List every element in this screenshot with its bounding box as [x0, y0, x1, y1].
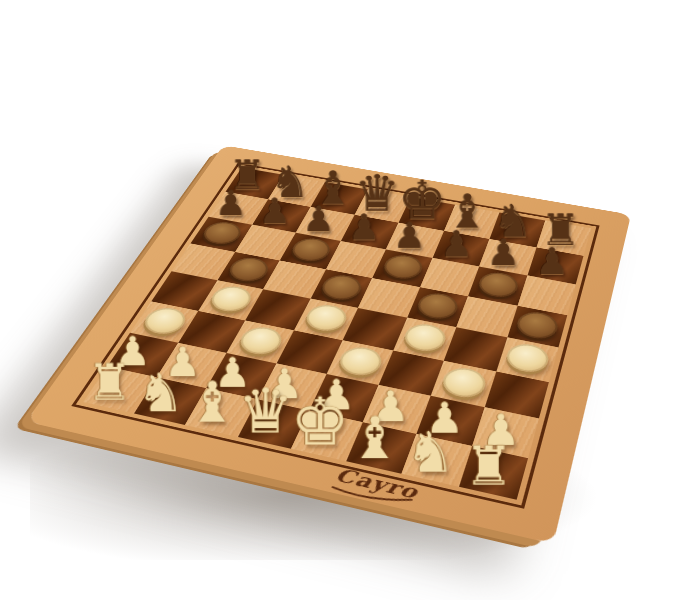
- light-checker[interactable]: [206, 284, 257, 315]
- dark-pawn[interactable]: ♟: [527, 243, 576, 280]
- light-queen[interactable]: ♛: [237, 381, 294, 443]
- light-checker[interactable]: [301, 302, 351, 334]
- light-checker[interactable]: [400, 321, 449, 354]
- dark-checker[interactable]: [318, 272, 366, 302]
- light-bishop[interactable]: ♝: [345, 410, 403, 468]
- dark-pawn[interactable]: ♟: [340, 209, 387, 245]
- dark-pawn[interactable]: ♟: [386, 218, 434, 254]
- dark-checker[interactable]: [287, 236, 334, 264]
- board-grid: ♜♞♝♛♚♝♞♜♟♟♟♟♟♟♟♟♟♟♟♟♟♟♟♟♜♞♝♛♚♝♞♜: [83, 168, 591, 500]
- dark-checker[interactable]: [198, 220, 246, 247]
- square-h1[interactable]: ♜: [458, 446, 528, 500]
- dark-checker[interactable]: [475, 270, 521, 300]
- dark-pawn[interactable]: ♟: [479, 234, 528, 271]
- light-knight[interactable]: ♞: [401, 424, 460, 480]
- light-king[interactable]: ♚: [290, 389, 347, 455]
- square-a6[interactable]: [191, 217, 252, 252]
- light-rook[interactable]: ♜: [458, 439, 517, 493]
- dark-checker[interactable]: [414, 290, 462, 321]
- light-checker[interactable]: [503, 341, 552, 376]
- dark-checker[interactable]: [514, 309, 561, 342]
- square-a4[interactable]: [151, 271, 217, 310]
- light-knight[interactable]: ♞: [132, 366, 188, 419]
- square-d4[interactable]: [294, 299, 358, 340]
- dark-checker[interactable]: [379, 253, 426, 282]
- dark-pawn[interactable]: ♟: [295, 201, 342, 236]
- light-bishop[interactable]: ♝: [184, 375, 240, 431]
- dark-pawn[interactable]: ♟: [208, 186, 254, 221]
- dark-pawn[interactable]: ♟: [251, 194, 298, 229]
- dark-checker[interactable]: [225, 255, 274, 284]
- dark-pawn[interactable]: ♟: [432, 226, 480, 262]
- product-photo-scene: ♜♞♝♛♚♝♞♜♟♟♟♟♟♟♟♟♟♟♟♟♟♟♟♟♜♞♝♛♚♝♞♜ Cayro: [0, 0, 700, 600]
- square-h7[interactable]: ♟: [527, 247, 584, 284]
- light-rook[interactable]: ♜: [82, 357, 137, 407]
